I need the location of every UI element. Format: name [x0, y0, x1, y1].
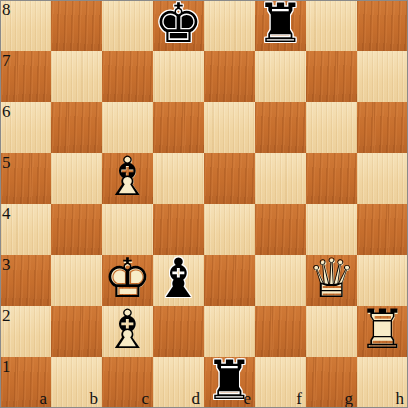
rank-label-8: 8	[2, 1, 11, 18]
square-f1[interactable]: f	[255, 357, 306, 408]
white-bishop-icon: ♝♗	[102, 153, 153, 204]
square-a4[interactable]: 4	[0, 204, 51, 255]
square-f5[interactable]	[255, 153, 306, 204]
square-h7[interactable]	[357, 51, 408, 102]
square-b5[interactable]	[51, 153, 102, 204]
white-bishop-icon: ♝♗	[102, 306, 153, 357]
square-f3[interactable]	[255, 255, 306, 306]
file-label-f: f	[296, 390, 302, 407]
square-e7[interactable]	[204, 51, 255, 102]
square-b6[interactable]	[51, 102, 102, 153]
rank-label-3: 3	[2, 256, 11, 273]
rank-label-6: 6	[2, 103, 11, 120]
square-g5[interactable]	[306, 153, 357, 204]
white-piece-outline: ♗	[103, 303, 151, 357]
white-queen-icon: ♛♕	[306, 255, 357, 306]
square-d7[interactable]	[153, 51, 204, 102]
white-piece-outline: ♖	[358, 303, 406, 357]
square-e8[interactable]	[204, 0, 255, 51]
square-e1[interactable]: e♜	[204, 357, 255, 408]
square-e4[interactable]	[204, 204, 255, 255]
square-b8[interactable]	[51, 0, 102, 51]
black-rook-icon: ♜	[255, 0, 306, 51]
square-h4[interactable]	[357, 204, 408, 255]
black-bishop-icon: ♝	[153, 255, 204, 306]
square-d5[interactable]	[153, 153, 204, 204]
square-f2[interactable]	[255, 306, 306, 357]
square-b3[interactable]	[51, 255, 102, 306]
square-b2[interactable]	[51, 306, 102, 357]
square-f6[interactable]	[255, 102, 306, 153]
square-c1[interactable]: c	[102, 357, 153, 408]
square-g2[interactable]	[306, 306, 357, 357]
rank-label-2: 2	[2, 307, 11, 324]
square-b7[interactable]	[51, 51, 102, 102]
square-e6[interactable]	[204, 102, 255, 153]
chess-board: 8♚♜765♝♗43♚♔♝♛♕2♝♗♜♖1abcde♜fgh	[0, 0, 408, 408]
black-piece-body: ♝	[154, 252, 202, 306]
square-c2[interactable]: ♝♗	[102, 306, 153, 357]
square-a3[interactable]: 3	[0, 255, 51, 306]
square-e5[interactable]	[204, 153, 255, 204]
black-piece-body: ♜	[256, 0, 304, 51]
square-b1[interactable]: b	[51, 357, 102, 408]
square-a1[interactable]: 1a	[0, 357, 51, 408]
square-f8[interactable]: ♜	[255, 0, 306, 51]
black-piece-body: ♚	[154, 0, 202, 51]
square-h2[interactable]: ♜♖	[357, 306, 408, 357]
square-h5[interactable]	[357, 153, 408, 204]
square-f4[interactable]	[255, 204, 306, 255]
rank-label-1: 1	[2, 358, 11, 375]
file-label-e: e	[243, 390, 251, 407]
square-a5[interactable]: 5	[0, 153, 51, 204]
square-a7[interactable]: 7	[0, 51, 51, 102]
square-g1[interactable]: g	[306, 357, 357, 408]
square-g3[interactable]: ♛♕	[306, 255, 357, 306]
square-g8[interactable]	[306, 0, 357, 51]
square-a2[interactable]: 2	[0, 306, 51, 357]
square-d1[interactable]: d	[153, 357, 204, 408]
square-c5[interactable]: ♝♗	[102, 153, 153, 204]
square-d6[interactable]	[153, 102, 204, 153]
square-c8[interactable]	[102, 0, 153, 51]
file-label-b: b	[90, 390, 99, 407]
file-label-d: d	[192, 390, 201, 407]
square-a8[interactable]: 8	[0, 0, 51, 51]
white-piece-outline: ♗	[103, 150, 151, 204]
rank-label-7: 7	[2, 52, 11, 69]
square-g7[interactable]	[306, 51, 357, 102]
square-b4[interactable]	[51, 204, 102, 255]
square-d2[interactable]	[153, 306, 204, 357]
square-h6[interactable]	[357, 102, 408, 153]
square-h1[interactable]: h	[357, 357, 408, 408]
rank-label-4: 4	[2, 205, 11, 222]
square-d3[interactable]: ♝	[153, 255, 204, 306]
square-d8[interactable]: ♚	[153, 0, 204, 51]
square-h8[interactable]	[357, 0, 408, 51]
square-a6[interactable]: 6	[0, 102, 51, 153]
file-label-c: c	[141, 390, 149, 407]
square-c7[interactable]	[102, 51, 153, 102]
rank-label-5: 5	[2, 154, 11, 171]
white-piece-outline: ♕	[307, 252, 355, 306]
square-e3[interactable]	[204, 255, 255, 306]
chess-board-wrap: 8♚♜765♝♗43♚♔♝♛♕2♝♗♜♖1abcde♜fgh	[0, 0, 408, 408]
square-f7[interactable]	[255, 51, 306, 102]
white-rook-icon: ♜♖	[357, 306, 408, 357]
square-g6[interactable]	[306, 102, 357, 153]
black-king-icon: ♚	[153, 0, 204, 51]
file-label-h: h	[396, 390, 405, 407]
file-label-a: a	[39, 390, 47, 407]
file-label-g: g	[345, 390, 354, 407]
